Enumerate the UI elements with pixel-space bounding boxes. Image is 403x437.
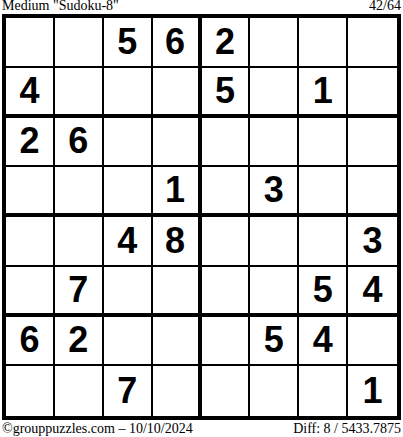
cell-r1c6[interactable] [250, 18, 299, 68]
cell-r5c2[interactable] [55, 217, 104, 267]
cell-r2c8[interactable] [348, 68, 397, 118]
cell-r1c7[interactable] [299, 18, 348, 68]
cell-r7c8[interactable] [348, 317, 397, 367]
cell-r8c2[interactable] [55, 366, 104, 416]
cell-r3c8[interactable] [348, 118, 397, 168]
cell-r8c8[interactable]: 1 [348, 366, 397, 416]
cell-r7c5[interactable] [202, 317, 251, 367]
cell-r2c6[interactable] [250, 68, 299, 118]
cell-r5c5[interactable] [202, 217, 251, 267]
footer-copyright: ©grouppuzzles.com – 10/10/2024 [2, 422, 193, 436]
cell-r3c6[interactable] [250, 118, 299, 168]
cell-r6c4[interactable] [153, 267, 202, 317]
cell-r1c2[interactable] [55, 18, 104, 68]
cell-r7c1[interactable]: 6 [6, 317, 55, 367]
cell-r8c7[interactable] [299, 366, 348, 416]
cell-r5c6[interactable] [250, 217, 299, 267]
cell-r5c3[interactable]: 4 [104, 217, 153, 267]
cell-r4c4[interactable]: 1 [153, 167, 202, 217]
cell-r6c5[interactable] [202, 267, 251, 317]
cell-r3c4[interactable] [153, 118, 202, 168]
cell-r2c2[interactable] [55, 68, 104, 118]
cell-r7c2[interactable]: 2 [55, 317, 104, 367]
cell-r2c5[interactable]: 5 [202, 68, 251, 118]
puzzle-counter: 42/64 [369, 0, 401, 13]
cell-r2c1[interactable]: 4 [6, 68, 55, 118]
cell-r5c7[interactable] [299, 217, 348, 267]
cell-r7c3[interactable] [104, 317, 153, 367]
puzzle-title: Medium "Sudoku-8" [2, 0, 119, 13]
cell-r1c1[interactable] [6, 18, 55, 68]
cell-r1c5[interactable]: 2 [202, 18, 251, 68]
cell-r8c1[interactable] [6, 366, 55, 416]
cell-r8c6[interactable] [250, 366, 299, 416]
cell-r7c7[interactable]: 4 [299, 317, 348, 367]
cell-r6c2[interactable]: 7 [55, 267, 104, 317]
cell-r4c1[interactable] [6, 167, 55, 217]
cell-r6c8[interactable]: 4 [348, 267, 397, 317]
cell-r3c1[interactable]: 2 [6, 118, 55, 168]
sudoku-grid: 5624512613483754625471 [6, 18, 397, 416]
cell-r6c7[interactable]: 5 [299, 267, 348, 317]
cell-r6c1[interactable] [6, 267, 55, 317]
cell-r8c3[interactable]: 7 [104, 366, 153, 416]
cell-r4c5[interactable] [202, 167, 251, 217]
cell-r6c6[interactable] [250, 267, 299, 317]
sudoku-board: 5624512613483754625471 [2, 14, 401, 420]
cell-r7c4[interactable] [153, 317, 202, 367]
cell-r1c4[interactable]: 6 [153, 18, 202, 68]
cell-r4c8[interactable] [348, 167, 397, 217]
cell-r2c7[interactable]: 1 [299, 68, 348, 118]
cell-r3c7[interactable] [299, 118, 348, 168]
cell-r3c2[interactable]: 6 [55, 118, 104, 168]
cell-r4c2[interactable] [55, 167, 104, 217]
cell-r5c4[interactable]: 8 [153, 217, 202, 267]
cell-r1c3[interactable]: 5 [104, 18, 153, 68]
cell-r2c3[interactable] [104, 68, 153, 118]
cell-r4c6[interactable]: 3 [250, 167, 299, 217]
cell-r3c3[interactable] [104, 118, 153, 168]
puzzle-page: Medium "Sudoku-8" 42/64 5624512613483754… [0, 0, 403, 437]
cell-r7c6[interactable]: 5 [250, 317, 299, 367]
cell-r3c5[interactable] [202, 118, 251, 168]
cell-r4c7[interactable] [299, 167, 348, 217]
footer-difficulty: Diff: 8 / 5433.7875 [293, 422, 401, 436]
cell-r8c5[interactable] [202, 366, 251, 416]
cell-r5c8[interactable]: 3 [348, 217, 397, 267]
cell-r5c1[interactable] [6, 217, 55, 267]
cell-r6c3[interactable] [104, 267, 153, 317]
cell-r4c3[interactable] [104, 167, 153, 217]
cell-r1c8[interactable] [348, 18, 397, 68]
cell-r8c4[interactable] [153, 366, 202, 416]
cell-r2c4[interactable] [153, 68, 202, 118]
